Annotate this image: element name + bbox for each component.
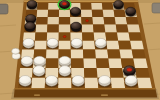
square-r7c3[interactable] bbox=[46, 50, 59, 59]
black-man-r1c9[interactable] bbox=[114, 0, 124, 7]
white-man-r6c7[interactable] bbox=[95, 38, 106, 46]
square-r7c7[interactable] bbox=[95, 50, 108, 59]
square-r9c10[interactable] bbox=[135, 68, 150, 78]
square-r10c8[interactable] bbox=[111, 78, 126, 88]
square-r6c6[interactable] bbox=[83, 41, 96, 50]
square-r2c8[interactable] bbox=[103, 10, 115, 17]
square-r2c4[interactable] bbox=[59, 10, 70, 17]
square-r2c3[interactable] bbox=[48, 10, 59, 17]
checkers-board[interactable] bbox=[0, 0, 160, 100]
game-scene bbox=[0, 0, 160, 100]
square-r3c8[interactable] bbox=[104, 17, 116, 25]
square-r9c6[interactable] bbox=[84, 68, 98, 78]
white-man-r6c3[interactable] bbox=[47, 38, 58, 46]
square-r3c3[interactable] bbox=[47, 17, 58, 25]
black-man-r4c5[interactable] bbox=[71, 22, 81, 30]
square-r5c2[interactable] bbox=[35, 33, 47, 41]
black-man-r2c10[interactable] bbox=[126, 7, 136, 14]
front-face-inlay-mark bbox=[34, 95, 40, 96]
square-r10c6[interactable] bbox=[84, 78, 98, 88]
captured-white-piece bbox=[12, 48, 20, 54]
square-r10c10[interactable] bbox=[137, 78, 152, 88]
square-r5c9[interactable] bbox=[117, 33, 130, 41]
square-r7c8[interactable] bbox=[107, 50, 121, 59]
black-man-r2c5[interactable] bbox=[71, 7, 81, 14]
white-man-r6c1[interactable] bbox=[23, 38, 34, 46]
black-man-r1c1[interactable] bbox=[27, 0, 37, 7]
white-man-r10c3[interactable] bbox=[46, 75, 58, 84]
square-r5c6[interactable] bbox=[82, 33, 94, 41]
chair-top-left bbox=[0, 4, 8, 14]
square-r3c10[interactable] bbox=[126, 17, 139, 25]
move-hint-dot-r5c4 bbox=[63, 35, 66, 37]
square-r3c4[interactable] bbox=[59, 17, 70, 25]
chair-top-right bbox=[152, 3, 160, 13]
square-r9c8[interactable] bbox=[109, 68, 123, 78]
square-r4c2[interactable] bbox=[36, 25, 48, 33]
square-r8c8[interactable] bbox=[108, 59, 122, 68]
square-r4c8[interactable] bbox=[104, 25, 117, 33]
white-man-r9c4[interactable] bbox=[59, 66, 71, 75]
square-r4c3[interactable] bbox=[47, 25, 59, 33]
white-man-r10c1[interactable] bbox=[19, 75, 31, 84]
square-r10c4[interactable] bbox=[58, 78, 71, 88]
square-r3c2[interactable] bbox=[36, 17, 48, 25]
square-r6c4[interactable] bbox=[59, 41, 71, 50]
square-r3c9[interactable] bbox=[115, 17, 128, 25]
square-r6c8[interactable] bbox=[106, 41, 119, 50]
square-r2c9[interactable] bbox=[114, 10, 126, 17]
square-r4c7[interactable] bbox=[93, 25, 105, 33]
square-r1c3[interactable] bbox=[48, 3, 59, 10]
square-r4c6[interactable] bbox=[82, 25, 94, 33]
square-r7c10[interactable] bbox=[132, 50, 146, 59]
square-r1c7[interactable] bbox=[91, 3, 102, 10]
square-r8c3[interactable] bbox=[46, 59, 59, 68]
square-r2c2[interactable] bbox=[37, 10, 48, 17]
square-r10c2[interactable] bbox=[31, 78, 45, 88]
square-r3c7[interactable] bbox=[92, 17, 104, 25]
black-king-r9c9-crown bbox=[127, 68, 132, 72]
square-r5c8[interactable] bbox=[105, 33, 118, 41]
square-r8c10[interactable] bbox=[133, 59, 147, 68]
black-man-r4c1[interactable] bbox=[25, 22, 35, 30]
square-r7c9[interactable] bbox=[119, 50, 133, 59]
square-r4c4[interactable] bbox=[59, 25, 71, 33]
white-man-r6c5[interactable] bbox=[71, 38, 82, 46]
white-man-r10c5[interactable] bbox=[72, 75, 84, 84]
square-r2c7[interactable] bbox=[92, 10, 104, 17]
square-r6c10[interactable] bbox=[130, 41, 144, 50]
square-r7c5[interactable] bbox=[71, 50, 84, 59]
move-hint-dot-r3c6 bbox=[86, 20, 89, 22]
board-front-lip bbox=[15, 88, 156, 90]
front-face-inlay-mark bbox=[101, 95, 108, 96]
square-r1c8[interactable] bbox=[102, 3, 114, 10]
white-man-r9c2[interactable] bbox=[33, 66, 45, 75]
square-r4c10[interactable] bbox=[127, 25, 140, 33]
white-man-r10c7[interactable] bbox=[99, 75, 111, 84]
square-r8c6[interactable] bbox=[83, 59, 96, 68]
square-r8c5[interactable] bbox=[71, 59, 84, 68]
black-man-r3c1[interactable] bbox=[26, 14, 36, 21]
white-man-r10c9[interactable] bbox=[125, 75, 137, 84]
square-r6c2[interactable] bbox=[34, 41, 47, 50]
white-man-r8c1[interactable] bbox=[21, 56, 32, 64]
square-r7c6[interactable] bbox=[83, 50, 96, 59]
square-r5c10[interactable] bbox=[129, 33, 142, 41]
white-man-r8c4[interactable] bbox=[59, 56, 70, 64]
square-r4c9[interactable] bbox=[116, 25, 129, 33]
square-r8c7[interactable] bbox=[96, 59, 110, 68]
white-man-r8c2[interactable] bbox=[34, 56, 45, 64]
square-r1c6[interactable] bbox=[81, 3, 92, 10]
square-r2c6[interactable] bbox=[81, 10, 93, 17]
square-r6c9[interactable] bbox=[118, 41, 131, 50]
square-r1c2[interactable] bbox=[37, 3, 48, 10]
black-king-r1c4-crown bbox=[62, 2, 67, 5]
